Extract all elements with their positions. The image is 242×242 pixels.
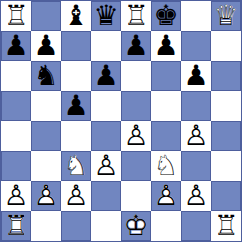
black-queen[interactable]: ♛ <box>91 1 121 31</box>
square-e2[interactable] <box>121 181 151 211</box>
square-b4[interactable] <box>31 121 61 151</box>
square-g4[interactable]: ♟♙ <box>181 121 211 151</box>
square-h6[interactable] <box>211 61 241 91</box>
square-a2[interactable]: ♟♙ <box>1 181 31 211</box>
square-d8[interactable]: ♛ <box>91 1 121 31</box>
square-c3[interactable]: ♞♘ <box>61 151 91 181</box>
white-pawn[interactable]: ♟♙ <box>181 121 211 151</box>
square-f6[interactable] <box>151 61 181 91</box>
white-pawn[interactable]: ♟♙ <box>61 181 91 211</box>
square-g6[interactable]: ♟ <box>181 61 211 91</box>
square-e8[interactable]: ♜♖ <box>121 1 151 31</box>
white-rook[interactable]: ♜♖ <box>211 211 241 241</box>
square-c6[interactable] <box>61 61 91 91</box>
black-bishop[interactable]: ♝ <box>61 1 91 31</box>
square-a7[interactable]: ♟ <box>1 31 31 61</box>
square-b6[interactable]: ♞ <box>31 61 61 91</box>
white-pawn[interactable]: ♟♙ <box>181 181 211 211</box>
square-c2[interactable]: ♟♙ <box>61 181 91 211</box>
black-pawn[interactable]: ♟ <box>31 31 61 61</box>
square-h4[interactable] <box>211 121 241 151</box>
square-c1[interactable] <box>61 211 91 241</box>
square-a1[interactable]: ♜♖ <box>1 211 31 241</box>
white-knight[interactable]: ♞♘ <box>151 151 181 181</box>
square-f7[interactable]: ♟ <box>151 31 181 61</box>
square-d4[interactable] <box>91 121 121 151</box>
square-a5[interactable] <box>1 91 31 121</box>
square-g8[interactable] <box>181 1 211 31</box>
square-d5[interactable] <box>91 91 121 121</box>
square-f4[interactable] <box>151 121 181 151</box>
square-b5[interactable] <box>31 91 61 121</box>
square-e7[interactable]: ♟ <box>121 31 151 61</box>
square-f3[interactable]: ♞♘ <box>151 151 181 181</box>
square-b8[interactable] <box>31 1 61 31</box>
square-g3[interactable] <box>181 151 211 181</box>
black-pawn[interactable]: ♟ <box>61 91 91 121</box>
white-king[interactable]: ♚♔ <box>121 211 151 241</box>
square-h3[interactable] <box>211 151 241 181</box>
square-f1[interactable] <box>151 211 181 241</box>
square-c8[interactable]: ♝ <box>61 1 91 31</box>
black-pawn[interactable]: ♟ <box>91 61 121 91</box>
black-king[interactable]: ♚ <box>151 1 181 31</box>
square-g1[interactable] <box>181 211 211 241</box>
square-f2[interactable]: ♟♙ <box>151 181 181 211</box>
square-a3[interactable] <box>1 151 31 181</box>
square-d3[interactable]: ♟♙ <box>91 151 121 181</box>
white-rook[interactable]: ♜♖ <box>121 1 151 31</box>
square-b2[interactable]: ♟♙ <box>31 181 61 211</box>
square-h2[interactable] <box>211 181 241 211</box>
black-pawn[interactable]: ♟ <box>181 61 211 91</box>
square-a6[interactable] <box>1 61 31 91</box>
square-d2[interactable] <box>91 181 121 211</box>
square-e5[interactable] <box>121 91 151 121</box>
square-h8[interactable]: ♛♕ <box>211 1 241 31</box>
white-pawn[interactable]: ♟♙ <box>1 181 31 211</box>
square-e3[interactable] <box>121 151 151 181</box>
white-pawn[interactable]: ♟♙ <box>121 121 151 151</box>
white-pawn[interactable]: ♟♙ <box>151 181 181 211</box>
chess-board: ♜♖♝♛♜♖♚♛♕♟♟♟♟♞♟♟♟♟♙♟♙♞♘♟♙♞♘♟♙♟♙♟♙♟♙♟♙♜♖♚… <box>0 0 242 242</box>
square-b3[interactable] <box>31 151 61 181</box>
square-f8[interactable]: ♚ <box>151 1 181 31</box>
square-h7[interactable] <box>211 31 241 61</box>
white-knight[interactable]: ♞♘ <box>61 151 91 181</box>
square-b1[interactable] <box>31 211 61 241</box>
square-d7[interactable] <box>91 31 121 61</box>
square-g5[interactable] <box>181 91 211 121</box>
white-pawn[interactable]: ♟♙ <box>91 151 121 181</box>
square-d1[interactable] <box>91 211 121 241</box>
black-knight[interactable]: ♞ <box>31 61 61 91</box>
white-rook[interactable]: ♜♖ <box>1 1 31 31</box>
square-c7[interactable] <box>61 31 91 61</box>
square-g2[interactable]: ♟♙ <box>181 181 211 211</box>
white-pawn[interactable]: ♟♙ <box>31 181 61 211</box>
black-pawn[interactable]: ♟ <box>151 31 181 61</box>
white-rook[interactable]: ♜♖ <box>1 211 31 241</box>
square-c5[interactable]: ♟ <box>61 91 91 121</box>
black-pawn[interactable]: ♟ <box>1 31 31 61</box>
square-h5[interactable] <box>211 91 241 121</box>
black-pawn[interactable]: ♟ <box>121 31 151 61</box>
square-a8[interactable]: ♜♖ <box>1 1 31 31</box>
square-b7[interactable]: ♟ <box>31 31 61 61</box>
square-f5[interactable] <box>151 91 181 121</box>
square-e1[interactable]: ♚♔ <box>121 211 151 241</box>
square-g7[interactable] <box>181 31 211 61</box>
square-e6[interactable] <box>121 61 151 91</box>
white-queen[interactable]: ♛♕ <box>211 1 241 31</box>
square-h1[interactable]: ♜♖ <box>211 211 241 241</box>
square-d6[interactable]: ♟ <box>91 61 121 91</box>
square-a4[interactable] <box>1 121 31 151</box>
square-c4[interactable] <box>61 121 91 151</box>
square-e4[interactable]: ♟♙ <box>121 121 151 151</box>
